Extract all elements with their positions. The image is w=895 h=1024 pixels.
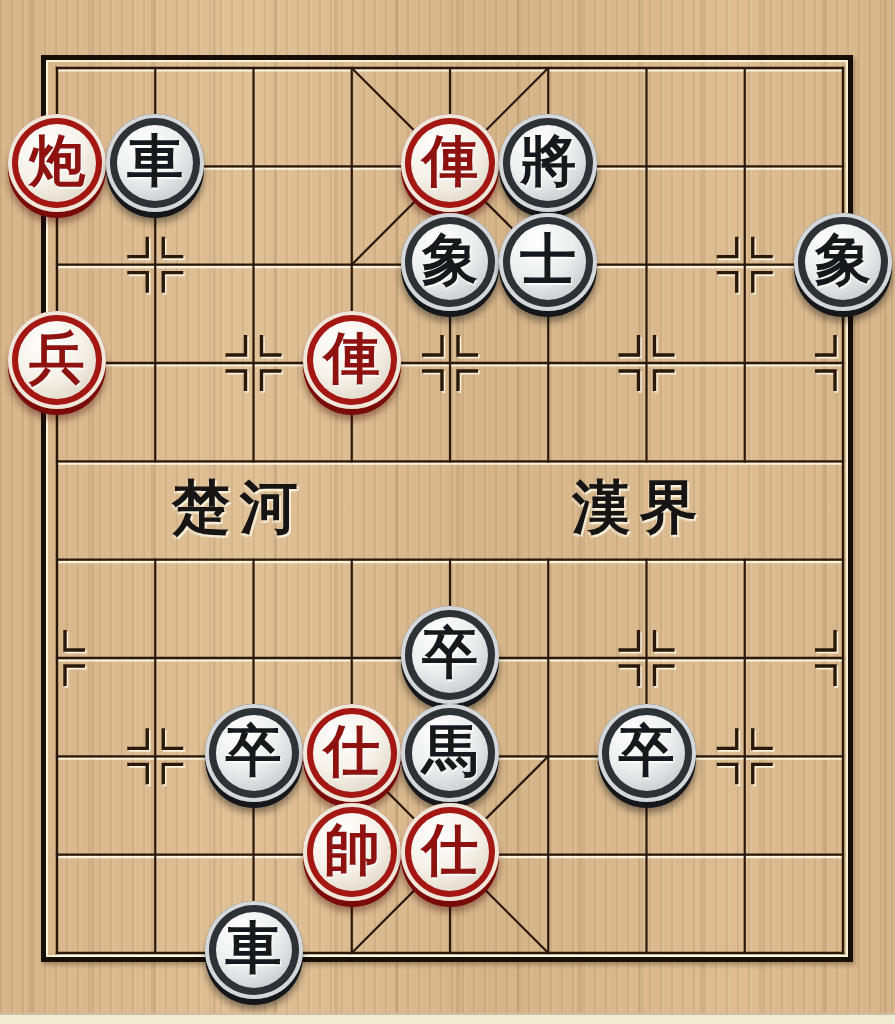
piece-black-soldier[interactable]: 卒 (205, 704, 303, 802)
piece-glyph: 仕 (422, 801, 478, 899)
piece-black-elephant[interactable]: 象 (401, 213, 499, 311)
piece-glyph: 仕 (324, 702, 380, 800)
piece-black-advisor[interactable]: 士 (499, 213, 597, 311)
piece-glyph: 卒 (619, 702, 675, 800)
piece-black-soldier[interactable]: 卒 (598, 704, 696, 802)
piece-glyph: 兵 (29, 309, 85, 407)
piece-glyph: 象 (815, 211, 871, 309)
piece-glyph: 帥 (324, 801, 380, 899)
piece-glyph: 俥 (324, 309, 380, 407)
piece-black-chariot[interactable]: 車 (106, 114, 204, 212)
piece-glyph: 車 (226, 899, 282, 997)
piece-glyph: 俥 (422, 112, 478, 210)
piece-black-elephant[interactable]: 象 (794, 213, 892, 311)
river-label-chu-he: 楚河 (172, 476, 308, 538)
xiangqi-board: 楚河 漢界 炮車俥將象士象兵俥卒卒仕馬卒帥仕車 (0, 0, 895, 1024)
piece-glyph: 象 (422, 211, 478, 309)
piece-red-chariot[interactable]: 俥 (401, 114, 499, 212)
piece-red-cannon[interactable]: 炮 (8, 114, 106, 212)
piece-glyph: 卒 (422, 604, 478, 702)
piece-glyph: 車 (127, 112, 183, 210)
piece-red-advisor[interactable]: 仕 (303, 704, 401, 802)
piece-glyph: 馬 (422, 702, 478, 800)
piece-glyph: 炮 (29, 112, 85, 210)
piece-black-horse[interactable]: 馬 (401, 704, 499, 802)
piece-glyph: 卒 (226, 702, 282, 800)
piece-red-chariot[interactable]: 俥 (303, 311, 401, 409)
piece-black-chariot[interactable]: 車 (205, 901, 303, 999)
piece-black-general[interactable]: 將 (499, 114, 597, 212)
river-label-han-jie: 漢界 (572, 476, 708, 538)
piece-black-soldier[interactable]: 卒 (401, 606, 499, 704)
piece-red-advisor[interactable]: 仕 (401, 803, 499, 901)
piece-glyph: 將 (520, 112, 576, 210)
piece-red-soldier[interactable]: 兵 (8, 311, 106, 409)
board-bottom-edge (0, 1013, 895, 1024)
piece-glyph: 士 (520, 211, 576, 309)
piece-red-general[interactable]: 帥 (303, 803, 401, 901)
